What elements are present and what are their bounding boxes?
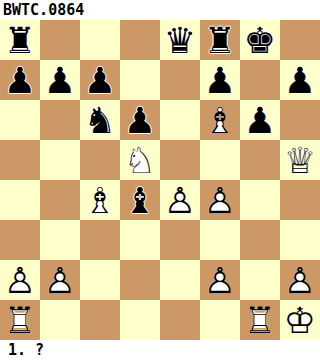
square-e5[interactable]	[160, 140, 200, 180]
square-d1[interactable]	[120, 300, 160, 340]
square-a8[interactable]: ♜	[0, 20, 40, 60]
piece-white-rook: ♜♖	[0, 300, 40, 340]
square-d6[interactable]: ♟	[120, 100, 160, 140]
piece-white-bishop: ♝♗	[80, 180, 120, 220]
square-h6[interactable]	[280, 100, 320, 140]
square-c4[interactable]: ♝♗	[80, 180, 120, 220]
square-b7[interactable]: ♟	[40, 60, 80, 100]
piece-white-pawn: ♟♙	[200, 180, 240, 220]
square-b2[interactable]: ♟♙	[40, 260, 80, 300]
piece-black-rook: ♜	[0, 20, 40, 60]
piece-black-pawn: ♟	[0, 60, 40, 100]
square-f5[interactable]	[200, 140, 240, 180]
piece-black-queen: ♛	[160, 20, 200, 60]
piece-black-pawn: ♟	[200, 60, 240, 100]
piece-black-pawn: ♟	[240, 100, 280, 140]
piece-white-pawn: ♟♙	[40, 260, 80, 300]
square-h8[interactable]	[280, 20, 320, 60]
square-h2[interactable]: ♟♙	[280, 260, 320, 300]
move-prompt: 1. ?	[0, 340, 320, 360]
square-c1[interactable]	[80, 300, 120, 340]
piece-black-knight: ♞	[80, 100, 120, 140]
square-g8[interactable]: ♚	[240, 20, 280, 60]
square-b3[interactable]	[40, 220, 80, 260]
square-e4[interactable]: ♟♙	[160, 180, 200, 220]
square-h5[interactable]: ♛♕	[280, 140, 320, 180]
square-e1[interactable]	[160, 300, 200, 340]
square-f2[interactable]: ♟♙	[200, 260, 240, 300]
piece-black-pawn: ♟	[120, 100, 160, 140]
piece-white-pawn: ♟♙	[0, 260, 40, 300]
square-b5[interactable]	[40, 140, 80, 180]
square-e6[interactable]	[160, 100, 200, 140]
square-d2[interactable]	[120, 260, 160, 300]
square-a7[interactable]: ♟	[0, 60, 40, 100]
piece-black-pawn: ♟	[280, 60, 320, 100]
square-d5[interactable]: ♞♘	[120, 140, 160, 180]
square-b4[interactable]	[40, 180, 80, 220]
square-h1[interactable]: ♚♔	[280, 300, 320, 340]
piece-black-rook: ♜	[200, 20, 240, 60]
square-c5[interactable]	[80, 140, 120, 180]
square-b8[interactable]	[40, 20, 80, 60]
piece-white-king: ♚♔	[280, 300, 320, 340]
square-h3[interactable]	[280, 220, 320, 260]
square-c6[interactable]: ♞	[80, 100, 120, 140]
square-d3[interactable]	[120, 220, 160, 260]
square-a5[interactable]	[0, 140, 40, 180]
piece-black-pawn: ♟	[80, 60, 120, 100]
square-f1[interactable]	[200, 300, 240, 340]
piece-white-rook: ♜♖	[240, 300, 280, 340]
square-d4[interactable]: ♝	[120, 180, 160, 220]
square-b1[interactable]	[40, 300, 80, 340]
square-f4[interactable]: ♟♙	[200, 180, 240, 220]
piece-white-bishop: ♝♗	[200, 100, 240, 140]
square-c2[interactable]	[80, 260, 120, 300]
square-g5[interactable]	[240, 140, 280, 180]
square-c8[interactable]	[80, 20, 120, 60]
square-g7[interactable]	[240, 60, 280, 100]
square-f6[interactable]: ♝♗	[200, 100, 240, 140]
square-f8[interactable]: ♜	[200, 20, 240, 60]
piece-white-queen: ♛♕	[280, 140, 320, 180]
square-a6[interactable]	[0, 100, 40, 140]
square-d8[interactable]	[120, 20, 160, 60]
square-g2[interactable]	[240, 260, 280, 300]
square-g3[interactable]	[240, 220, 280, 260]
square-e7[interactable]	[160, 60, 200, 100]
square-a1[interactable]: ♜♖	[0, 300, 40, 340]
piece-black-king: ♚	[240, 20, 280, 60]
puzzle-title: BWTC.0864	[0, 0, 320, 20]
square-e2[interactable]	[160, 260, 200, 300]
piece-white-pawn: ♟♙	[280, 260, 320, 300]
square-f7[interactable]: ♟	[200, 60, 240, 100]
piece-black-pawn: ♟	[40, 60, 80, 100]
square-a4[interactable]	[0, 180, 40, 220]
square-g1[interactable]: ♜♖	[240, 300, 280, 340]
piece-black-bishop: ♝	[120, 180, 160, 220]
square-d7[interactable]	[120, 60, 160, 100]
chess-board: ♜♛♜♚♟♟♟♟♟♞♟♝♗♟♞♘♛♕♝♗♝♟♙♟♙♟♙♟♙♟♙♟♙♜♖♜♖♚♔	[0, 20, 320, 340]
square-b6[interactable]	[40, 100, 80, 140]
piece-white-knight: ♞♘	[120, 140, 160, 180]
square-a3[interactable]	[0, 220, 40, 260]
piece-white-pawn: ♟♙	[200, 260, 240, 300]
square-c3[interactable]	[80, 220, 120, 260]
square-h7[interactable]: ♟	[280, 60, 320, 100]
piece-white-pawn: ♟♙	[160, 180, 200, 220]
square-a2[interactable]: ♟♙	[0, 260, 40, 300]
square-g4[interactable]	[240, 180, 280, 220]
square-c7[interactable]: ♟	[80, 60, 120, 100]
square-g6[interactable]: ♟	[240, 100, 280, 140]
square-f3[interactable]	[200, 220, 240, 260]
square-e3[interactable]	[160, 220, 200, 260]
square-h4[interactable]	[280, 180, 320, 220]
square-e8[interactable]: ♛	[160, 20, 200, 60]
